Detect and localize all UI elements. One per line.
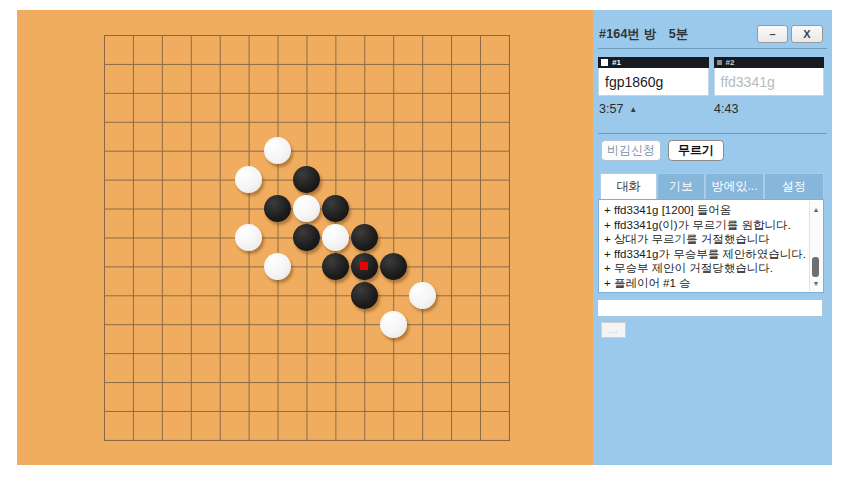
room-title: #164번 방5분 (599, 27, 689, 41)
chat-message-list: + ffd3341g [1200] 들어옴+ ffd3341g(이)가 무르기를… (599, 201, 810, 291)
scroll-up-icon[interactable]: ▲ (810, 205, 822, 215)
stone-white (380, 311, 407, 338)
chat-message: + 플레이어 #1 승 (604, 276, 810, 291)
stone-white (235, 224, 262, 251)
stone-white (235, 166, 262, 193)
undo-button[interactable]: 무르기 (668, 140, 724, 161)
room-number: #164번 방 (599, 27, 657, 41)
player1-card: #1 fgp1860g (598, 57, 709, 96)
chat-message: + ffd3341g가 무승부를 제안하였습니다. (604, 247, 810, 262)
stone-white (409, 282, 436, 309)
divider (598, 48, 827, 49)
player-panels: #1 fgp1860g #2 ffd3341g (598, 57, 824, 96)
player1-header: #1 (598, 57, 709, 68)
stone-white (322, 224, 349, 251)
stone-black (322, 253, 349, 280)
action-buttons: 비김신청 무르기 (601, 140, 724, 162)
draw-request-button[interactable]: 비김신청 (601, 140, 661, 161)
player2-header: #2 (714, 57, 825, 68)
stone-white (264, 137, 291, 164)
player1-clock: 3:57▲ (599, 102, 709, 116)
stone-black (293, 224, 320, 251)
player2-stone-icon (717, 60, 722, 65)
player2-id: #2 (726, 58, 735, 67)
tab-4[interactable]: 설정 (764, 173, 824, 199)
divider (598, 133, 827, 134)
chat-message: + 상대가 무르기를 거절했습니다 (604, 232, 810, 247)
player2-name: ffd3341g (714, 68, 825, 96)
stone-black (351, 282, 378, 309)
app-window: #164번 방5분 – X #1 fgp1860g #2 ffd3341g (0, 0, 850, 482)
player1-name: fgp1860g (598, 68, 709, 96)
scrollbar-thumb[interactable] (812, 257, 819, 277)
clocks: 3:57▲ 4:43 (599, 102, 824, 116)
stone-black (293, 166, 320, 193)
player2-clock: 4:43 (714, 102, 824, 116)
tab-1[interactable]: 대화 (600, 173, 657, 199)
sidebar-tabs: 대화기보방에있...설정 (600, 173, 824, 199)
minimize-button[interactable]: – (757, 25, 788, 43)
stone-black (322, 195, 349, 222)
player1-stone-icon (601, 59, 608, 66)
chat-message: + ffd3341g [1200] 들어옴 (604, 203, 810, 218)
player1-id: #1 (612, 58, 621, 67)
stone-black (351, 224, 378, 251)
game-sidebar: #164번 방5분 – X #1 fgp1860g #2 ffd3341g (593, 10, 832, 465)
room-titlebar: #164번 방5분 – X (599, 24, 826, 50)
game-board[interactable] (17, 10, 593, 465)
tab-3[interactable]: 방에있... (705, 173, 764, 199)
stone-black (351, 253, 378, 280)
scroll-down-icon[interactable]: ▼ (810, 279, 822, 289)
more-options-button[interactable]: ... (601, 322, 626, 338)
chat-scrollbar[interactable]: ▲ ▼ (809, 201, 822, 291)
chat-input[interactable] (597, 299, 823, 317)
time-control-label: 5분 (669, 27, 689, 41)
turn-indicator-icon: ▲ (629, 105, 637, 114)
stone-white (293, 195, 320, 222)
chat-panel: + ffd3341g [1200] 들어옴+ ffd3341g(이)가 무르기를… (598, 199, 824, 293)
tab-2[interactable]: 기보 (657, 173, 705, 199)
board-grid[interactable] (104, 35, 510, 441)
chat-message: + ffd3341g(이)가 무르기를 원합니다. (604, 218, 810, 233)
last-move-marker (360, 262, 368, 270)
close-button[interactable]: X (791, 25, 823, 43)
stone-white (264, 253, 291, 280)
player2-card: #2 ffd3341g (714, 57, 825, 96)
chat-message: + 무승부 제안이 거절당했습니다. (604, 261, 810, 276)
stone-black (264, 195, 291, 222)
stone-black (380, 253, 407, 280)
